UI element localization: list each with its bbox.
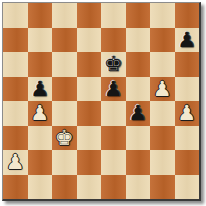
- square-g8[interactable]: [150, 3, 175, 28]
- square-b1[interactable]: [28, 175, 53, 200]
- square-d4[interactable]: [77, 101, 102, 126]
- square-b7[interactable]: [28, 28, 53, 53]
- square-f1[interactable]: [126, 175, 151, 200]
- square-e1[interactable]: [101, 175, 126, 200]
- square-a1[interactable]: [3, 175, 28, 200]
- square-f5[interactable]: [126, 77, 151, 102]
- square-f3[interactable]: [126, 126, 151, 151]
- square-h2[interactable]: [175, 150, 200, 175]
- square-b3[interactable]: [28, 126, 53, 151]
- square-h8[interactable]: [175, 3, 200, 28]
- square-b5[interactable]: ♟: [28, 77, 53, 102]
- square-a7[interactable]: [3, 28, 28, 53]
- square-e2[interactable]: [101, 150, 126, 175]
- square-a5[interactable]: [3, 77, 28, 102]
- square-e3[interactable]: [101, 126, 126, 151]
- square-g7[interactable]: [150, 28, 175, 53]
- square-b4[interactable]: ♟: [28, 101, 53, 126]
- square-d6[interactable]: [77, 52, 102, 77]
- square-b2[interactable]: [28, 150, 53, 175]
- square-b6[interactable]: [28, 52, 53, 77]
- square-g5[interactable]: ♟: [150, 77, 175, 102]
- square-e6[interactable]: ♚: [101, 52, 126, 77]
- square-f2[interactable]: [126, 150, 151, 175]
- square-c8[interactable]: [52, 3, 77, 28]
- square-c3[interactable]: ♚: [52, 126, 77, 151]
- square-h7[interactable]: ♟: [175, 28, 200, 53]
- square-a4[interactable]: [3, 101, 28, 126]
- square-d5[interactable]: [77, 77, 102, 102]
- black-pawn-f4: ♟: [128, 101, 147, 126]
- black-pawn-h7: ♟: [177, 28, 196, 53]
- square-c1[interactable]: [52, 175, 77, 200]
- white-pawn-a2: ♟: [6, 150, 25, 175]
- square-a2[interactable]: ♟: [3, 150, 28, 175]
- square-a8[interactable]: [3, 3, 28, 28]
- square-d7[interactable]: [77, 28, 102, 53]
- square-e8[interactable]: [101, 3, 126, 28]
- square-f7[interactable]: [126, 28, 151, 53]
- square-c7[interactable]: [52, 28, 77, 53]
- square-h4[interactable]: ♟: [175, 101, 200, 126]
- square-a3[interactable]: [3, 126, 28, 151]
- square-h1[interactable]: [175, 175, 200, 200]
- chess-board: ♟♚♟♟♟♟♟♟♚♟: [3, 3, 199, 199]
- square-e5[interactable]: ♟: [101, 77, 126, 102]
- square-d1[interactable]: [77, 175, 102, 200]
- square-a6[interactable]: [3, 52, 28, 77]
- square-b8[interactable]: [28, 3, 53, 28]
- square-g4[interactable]: [150, 101, 175, 126]
- white-pawn-b4: ♟: [30, 101, 49, 126]
- chess-board-frame: ♟♚♟♟♟♟♟♟♚♟: [2, 2, 201, 201]
- square-e7[interactable]: [101, 28, 126, 53]
- square-f4[interactable]: ♟: [126, 101, 151, 126]
- square-d2[interactable]: [77, 150, 102, 175]
- black-pawn-b5: ♟: [30, 77, 49, 102]
- square-g6[interactable]: [150, 52, 175, 77]
- square-g3[interactable]: [150, 126, 175, 151]
- square-c6[interactable]: [52, 52, 77, 77]
- square-c5[interactable]: [52, 77, 77, 102]
- black-pawn-e5: ♟: [104, 77, 123, 102]
- square-h6[interactable]: [175, 52, 200, 77]
- square-d3[interactable]: [77, 126, 102, 151]
- square-g1[interactable]: [150, 175, 175, 200]
- square-d8[interactable]: [77, 3, 102, 28]
- square-h3[interactable]: [175, 126, 200, 151]
- white-pawn-g5: ♟: [153, 77, 172, 102]
- white-pawn-h4: ♟: [177, 101, 196, 126]
- square-e4[interactable]: [101, 101, 126, 126]
- square-f6[interactable]: [126, 52, 151, 77]
- square-g2[interactable]: [150, 150, 175, 175]
- square-h5[interactable]: [175, 77, 200, 102]
- square-c4[interactable]: [52, 101, 77, 126]
- square-f8[interactable]: [126, 3, 151, 28]
- black-king-e6: ♚: [104, 52, 123, 77]
- square-c2[interactable]: [52, 150, 77, 175]
- white-king-c3: ♚: [55, 126, 74, 151]
